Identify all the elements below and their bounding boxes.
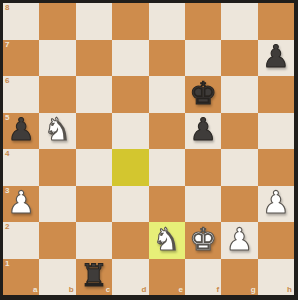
square-b6[interactable] bbox=[39, 76, 75, 113]
square-h6[interactable] bbox=[258, 76, 294, 113]
black-pawn[interactable]: ♟ bbox=[262, 41, 290, 72]
square-c7[interactable] bbox=[76, 40, 112, 77]
file-label-f: f bbox=[217, 286, 220, 294]
square-d6[interactable] bbox=[112, 76, 148, 113]
rank-label-7: 7 bbox=[5, 41, 9, 49]
rank-label-8: 8 bbox=[5, 4, 9, 12]
square-f7[interactable] bbox=[185, 40, 221, 77]
rank-label-2: 2 bbox=[5, 223, 9, 231]
square-h2[interactable] bbox=[258, 222, 294, 259]
square-d5[interactable] bbox=[112, 113, 148, 150]
square-g4[interactable] bbox=[221, 149, 257, 186]
square-g3[interactable] bbox=[221, 186, 257, 223]
square-d7[interactable] bbox=[112, 40, 148, 77]
square-e1[interactable]: e bbox=[149, 259, 185, 296]
square-f5[interactable]: ♟ bbox=[185, 113, 221, 150]
square-a2[interactable]: 2 bbox=[3, 222, 39, 259]
square-c6[interactable] bbox=[76, 76, 112, 113]
square-c3[interactable] bbox=[76, 186, 112, 223]
rank-label-4: 4 bbox=[5, 150, 9, 158]
square-a4[interactable]: 4 bbox=[3, 149, 39, 186]
square-b3[interactable] bbox=[39, 186, 75, 223]
square-g8[interactable] bbox=[221, 3, 257, 40]
file-label-b: b bbox=[69, 286, 74, 294]
rank-label-6: 6 bbox=[5, 77, 9, 85]
square-b8[interactable] bbox=[39, 3, 75, 40]
black-pawn[interactable]: ♟ bbox=[7, 114, 35, 145]
square-a5[interactable]: 5♟ bbox=[3, 113, 39, 150]
square-a3[interactable]: 3♟ bbox=[3, 186, 39, 223]
square-h8[interactable] bbox=[258, 3, 294, 40]
square-a7[interactable]: 7 bbox=[3, 40, 39, 77]
white-knight[interactable]: ♞ bbox=[44, 114, 72, 145]
square-d2[interactable] bbox=[112, 222, 148, 259]
square-h4[interactable] bbox=[258, 149, 294, 186]
board-frame: 87♟6♚5♟♞♟43♟♟2♞♚♟1abc♜defgh bbox=[0, 0, 298, 300]
square-a6[interactable]: 6 bbox=[3, 76, 39, 113]
square-c4[interactable] bbox=[76, 149, 112, 186]
square-b1[interactable]: b bbox=[39, 259, 75, 296]
square-e3[interactable] bbox=[149, 186, 185, 223]
square-h7[interactable]: ♟ bbox=[258, 40, 294, 77]
white-pawn[interactable]: ♟ bbox=[262, 187, 290, 218]
square-c1[interactable]: c♜ bbox=[76, 259, 112, 296]
square-g2[interactable]: ♟ bbox=[221, 222, 257, 259]
square-c2[interactable] bbox=[76, 222, 112, 259]
square-e2[interactable]: ♞ bbox=[149, 222, 185, 259]
square-e4[interactable] bbox=[149, 149, 185, 186]
square-g5[interactable] bbox=[221, 113, 257, 150]
square-h3[interactable]: ♟ bbox=[258, 186, 294, 223]
square-h5[interactable] bbox=[258, 113, 294, 150]
square-f3[interactable] bbox=[185, 186, 221, 223]
square-f2[interactable]: ♚ bbox=[185, 222, 221, 259]
square-b4[interactable] bbox=[39, 149, 75, 186]
square-c5[interactable] bbox=[76, 113, 112, 150]
square-a8[interactable]: 8 bbox=[3, 3, 39, 40]
square-a1[interactable]: 1a bbox=[3, 259, 39, 296]
black-rook[interactable]: ♜ bbox=[80, 260, 108, 291]
square-e7[interactable] bbox=[149, 40, 185, 77]
square-g1[interactable]: g bbox=[221, 259, 257, 296]
square-d1[interactable]: d bbox=[112, 259, 148, 296]
white-pawn[interactable]: ♟ bbox=[7, 187, 35, 218]
square-f4[interactable] bbox=[185, 149, 221, 186]
square-h1[interactable]: h bbox=[258, 259, 294, 296]
square-b7[interactable] bbox=[39, 40, 75, 77]
square-g6[interactable] bbox=[221, 76, 257, 113]
square-f1[interactable]: f bbox=[185, 259, 221, 296]
white-knight[interactable]: ♞ bbox=[153, 224, 181, 255]
square-g7[interactable] bbox=[221, 40, 257, 77]
square-b2[interactable] bbox=[39, 222, 75, 259]
file-label-h: h bbox=[287, 286, 292, 294]
chess-board: 87♟6♚5♟♞♟43♟♟2♞♚♟1abc♜defgh bbox=[3, 3, 294, 295]
square-f8[interactable] bbox=[185, 3, 221, 40]
file-label-e: e bbox=[178, 286, 182, 294]
square-e6[interactable] bbox=[149, 76, 185, 113]
black-pawn[interactable]: ♟ bbox=[189, 114, 217, 145]
file-label-g: g bbox=[251, 286, 256, 294]
file-label-d: d bbox=[142, 286, 147, 294]
square-e8[interactable] bbox=[149, 3, 185, 40]
square-b5[interactable]: ♞ bbox=[39, 113, 75, 150]
square-d8[interactable] bbox=[112, 3, 148, 40]
square-f6[interactable]: ♚ bbox=[185, 76, 221, 113]
black-king[interactable]: ♚ bbox=[189, 78, 217, 109]
square-c8[interactable] bbox=[76, 3, 112, 40]
rank-label-1: 1 bbox=[5, 260, 9, 268]
file-label-a: a bbox=[33, 286, 37, 294]
white-pawn[interactable]: ♟ bbox=[226, 224, 254, 255]
white-king[interactable]: ♚ bbox=[189, 224, 217, 255]
square-e5[interactable] bbox=[149, 113, 185, 150]
square-d4[interactable] bbox=[112, 149, 148, 186]
square-d3[interactable] bbox=[112, 186, 148, 223]
